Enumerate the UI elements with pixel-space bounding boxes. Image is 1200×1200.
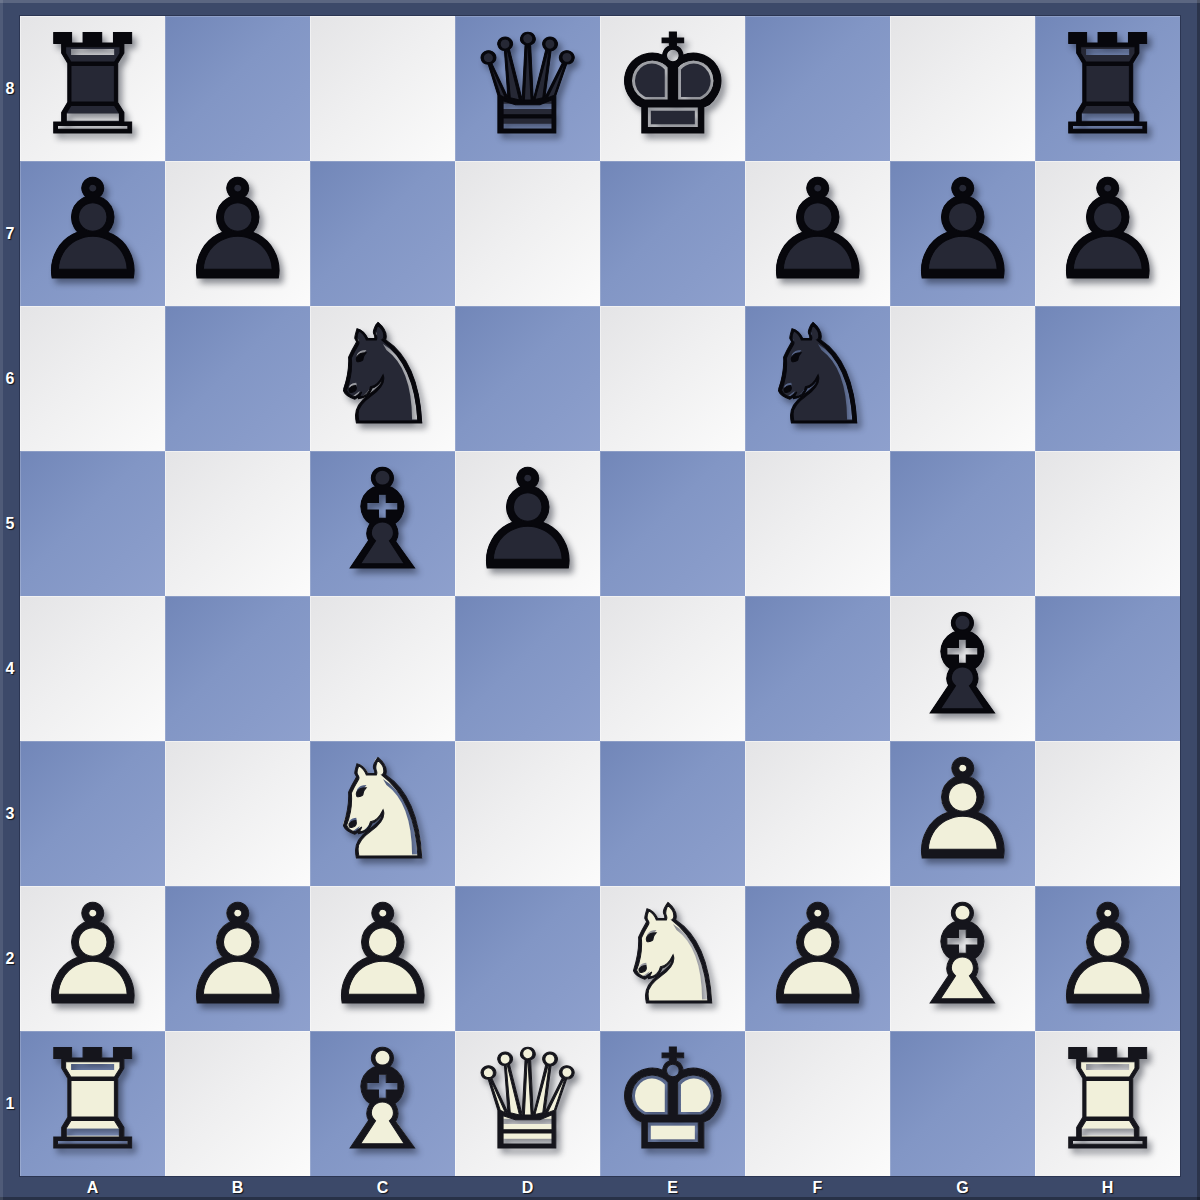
square-a1[interactable]: ♜♖ bbox=[20, 1031, 165, 1176]
square-h3[interactable] bbox=[1035, 741, 1180, 886]
square-g6[interactable] bbox=[890, 306, 1035, 451]
square-c2[interactable]: ♟♙ bbox=[310, 886, 455, 1031]
white-pawn-glyph-outline: ♙ bbox=[310, 883, 455, 1028]
white-rook-h1[interactable]: ♜♖ bbox=[1035, 1031, 1180, 1176]
rank-label-8: 8 bbox=[0, 16, 20, 161]
square-b8[interactable] bbox=[165, 16, 310, 161]
square-d1[interactable]: ♛♕ bbox=[455, 1031, 600, 1176]
square-a5[interactable] bbox=[20, 451, 165, 596]
white-bishop-glyph-outline: ♗ bbox=[310, 1028, 455, 1173]
square-e3[interactable] bbox=[600, 741, 745, 886]
white-rook-a1[interactable]: ♜♖ bbox=[20, 1031, 165, 1176]
square-d7[interactable] bbox=[455, 161, 600, 306]
black-pawn-glyph-outline: ♙ bbox=[455, 448, 600, 593]
square-f4[interactable] bbox=[745, 596, 890, 741]
black-pawn-b7[interactable]: ♟♙ bbox=[165, 161, 310, 306]
file-label-e: E bbox=[600, 1176, 745, 1200]
file-label-c: C bbox=[310, 1176, 455, 1200]
black-bishop-c5[interactable]: ♝♗ bbox=[310, 451, 455, 596]
rank-label-1: 1 bbox=[0, 1031, 20, 1176]
square-f2[interactable]: ♟♙ bbox=[745, 886, 890, 1031]
white-knight-c3[interactable]: ♞♘ bbox=[310, 741, 455, 886]
black-knight-glyph-outline: ♘ bbox=[745, 303, 890, 448]
square-d5[interactable]: ♟♙ bbox=[455, 451, 600, 596]
white-king-e1[interactable]: ♚♔ bbox=[600, 1031, 745, 1176]
white-bishop-glyph-outline: ♗ bbox=[890, 883, 1035, 1028]
black-pawn-f7[interactable]: ♟♙ bbox=[745, 161, 890, 306]
square-a8[interactable]: ♜♖ bbox=[20, 16, 165, 161]
black-pawn-glyph-outline: ♙ bbox=[745, 158, 890, 303]
black-pawn-g7[interactable]: ♟♙ bbox=[890, 161, 1035, 306]
square-c5[interactable]: ♝♗ bbox=[310, 451, 455, 596]
white-pawn-b2[interactable]: ♟♙ bbox=[165, 886, 310, 1031]
white-pawn-h2[interactable]: ♟♙ bbox=[1035, 886, 1180, 1031]
black-king-glyph-outline: ♔ bbox=[600, 13, 745, 158]
white-pawn-glyph-outline: ♙ bbox=[745, 883, 890, 1028]
file-label-f: F bbox=[745, 1176, 890, 1200]
square-f5[interactable] bbox=[745, 451, 890, 596]
black-rook-a8[interactable]: ♜♖ bbox=[20, 16, 165, 161]
square-d6[interactable] bbox=[455, 306, 600, 451]
square-g1[interactable] bbox=[890, 1031, 1035, 1176]
square-e4[interactable] bbox=[600, 596, 745, 741]
square-d2[interactable] bbox=[455, 886, 600, 1031]
black-pawn-glyph-outline: ♙ bbox=[165, 158, 310, 303]
square-b5[interactable] bbox=[165, 451, 310, 596]
white-knight-glyph-outline: ♘ bbox=[310, 738, 455, 883]
square-c3[interactable]: ♞♘ bbox=[310, 741, 455, 886]
rank-label-6: 6 bbox=[0, 306, 20, 451]
square-b2[interactable]: ♟♙ bbox=[165, 886, 310, 1031]
white-bishop-c1[interactable]: ♝♗ bbox=[310, 1031, 455, 1176]
white-pawn-f2[interactable]: ♟♙ bbox=[745, 886, 890, 1031]
rank-labels: 8 7 6 5 4 3 2 1 bbox=[0, 16, 20, 1176]
square-d8[interactable]: ♛♕ bbox=[455, 16, 600, 161]
black-pawn-glyph-outline: ♙ bbox=[890, 158, 1035, 303]
chess-board-frame: 8 7 6 5 4 3 2 1 ♜♖♛♕♚♔♜♖♟♙♟♙♟♙♟♙♟♙♞♘♞♘♝♗… bbox=[0, 0, 1200, 1200]
square-h1[interactable]: ♜♖ bbox=[1035, 1031, 1180, 1176]
rank-label-7: 7 bbox=[0, 161, 20, 306]
square-h5[interactable] bbox=[1035, 451, 1180, 596]
square-e1[interactable]: ♚♔ bbox=[600, 1031, 745, 1176]
white-pawn-glyph-outline: ♙ bbox=[165, 883, 310, 1028]
square-f8[interactable] bbox=[745, 16, 890, 161]
square-g4[interactable]: ♝♗ bbox=[890, 596, 1035, 741]
black-pawn-glyph-outline: ♙ bbox=[1035, 158, 1180, 303]
file-label-g: G bbox=[890, 1176, 1035, 1200]
file-labels: A B C D E F G H bbox=[20, 1176, 1180, 1200]
white-knight-glyph-outline: ♘ bbox=[600, 883, 745, 1028]
rank-label-2: 2 bbox=[0, 886, 20, 1031]
white-pawn-c2[interactable]: ♟♙ bbox=[310, 886, 455, 1031]
square-g5[interactable] bbox=[890, 451, 1035, 596]
square-e5[interactable] bbox=[600, 451, 745, 596]
black-rook-glyph-outline: ♖ bbox=[20, 13, 165, 158]
white-rook-glyph-outline: ♖ bbox=[20, 1028, 165, 1173]
white-pawn-glyph-outline: ♙ bbox=[20, 883, 165, 1028]
black-pawn-d5[interactable]: ♟♙ bbox=[455, 451, 600, 596]
square-g3[interactable]: ♟♙ bbox=[890, 741, 1035, 886]
rank-label-4: 4 bbox=[0, 596, 20, 741]
black-knight-glyph-outline: ♘ bbox=[310, 303, 455, 448]
square-c8[interactable] bbox=[310, 16, 455, 161]
black-pawn-a7[interactable]: ♟♙ bbox=[20, 161, 165, 306]
square-f7[interactable]: ♟♙ bbox=[745, 161, 890, 306]
black-king-e8[interactable]: ♚♔ bbox=[600, 16, 745, 161]
square-g7[interactable]: ♟♙ bbox=[890, 161, 1035, 306]
square-e8[interactable]: ♚♔ bbox=[600, 16, 745, 161]
square-a7[interactable]: ♟♙ bbox=[20, 161, 165, 306]
square-a3[interactable] bbox=[20, 741, 165, 886]
rank-label-5: 5 bbox=[0, 451, 20, 596]
white-queen-glyph-outline: ♕ bbox=[455, 1028, 600, 1173]
black-bishop-g4[interactable]: ♝♗ bbox=[890, 596, 1035, 741]
square-e6[interactable] bbox=[600, 306, 745, 451]
black-pawn-h7[interactable]: ♟♙ bbox=[1035, 161, 1180, 306]
square-g2[interactable]: ♝♗ bbox=[890, 886, 1035, 1031]
square-e7[interactable] bbox=[600, 161, 745, 306]
square-f1[interactable] bbox=[745, 1031, 890, 1176]
square-b3[interactable] bbox=[165, 741, 310, 886]
file-label-h: H bbox=[1035, 1176, 1180, 1200]
square-b7[interactable]: ♟♙ bbox=[165, 161, 310, 306]
black-knight-c6[interactable]: ♞♘ bbox=[310, 306, 455, 451]
chess-board: ♜♖♛♕♚♔♜♖♟♙♟♙♟♙♟♙♟♙♞♘♞♘♝♗♟♙♝♗♞♘♟♙♟♙♟♙♟♙♞♘… bbox=[20, 16, 1180, 1176]
square-h2[interactable]: ♟♙ bbox=[1035, 886, 1180, 1031]
white-pawn-g3[interactable]: ♟♙ bbox=[890, 741, 1035, 886]
black-knight-f6[interactable]: ♞♘ bbox=[745, 306, 890, 451]
white-pawn-glyph-outline: ♙ bbox=[1035, 883, 1180, 1028]
file-label-b: B bbox=[165, 1176, 310, 1200]
square-h6[interactable] bbox=[1035, 306, 1180, 451]
black-bishop-glyph-outline: ♗ bbox=[310, 448, 455, 593]
black-queen-d8[interactable]: ♛♕ bbox=[455, 16, 600, 161]
rank-label-3: 3 bbox=[0, 741, 20, 886]
square-a4[interactable] bbox=[20, 596, 165, 741]
black-queen-glyph-outline: ♕ bbox=[455, 13, 600, 158]
square-c7[interactable] bbox=[310, 161, 455, 306]
black-rook-h8[interactable]: ♜♖ bbox=[1035, 16, 1180, 161]
black-bishop-glyph-outline: ♗ bbox=[890, 593, 1035, 738]
file-label-a: A bbox=[20, 1176, 165, 1200]
square-g8[interactable] bbox=[890, 16, 1035, 161]
square-c6[interactable]: ♞♘ bbox=[310, 306, 455, 451]
white-bishop-g2[interactable]: ♝♗ bbox=[890, 886, 1035, 1031]
square-f3[interactable] bbox=[745, 741, 890, 886]
square-b1[interactable] bbox=[165, 1031, 310, 1176]
square-d4[interactable] bbox=[455, 596, 600, 741]
black-rook-glyph-outline: ♖ bbox=[1035, 13, 1180, 158]
square-f6[interactable]: ♞♘ bbox=[745, 306, 890, 451]
white-king-glyph-outline: ♔ bbox=[600, 1028, 745, 1173]
square-c4[interactable] bbox=[310, 596, 455, 741]
white-queen-d1[interactable]: ♛♕ bbox=[455, 1031, 600, 1176]
square-a6[interactable] bbox=[20, 306, 165, 451]
square-h4[interactable] bbox=[1035, 596, 1180, 741]
square-b4[interactable] bbox=[165, 596, 310, 741]
file-label-d: D bbox=[455, 1176, 600, 1200]
black-pawn-glyph-outline: ♙ bbox=[20, 158, 165, 303]
square-e2[interactable]: ♞♘ bbox=[600, 886, 745, 1031]
square-b6[interactable] bbox=[165, 306, 310, 451]
square-h8[interactable]: ♜♖ bbox=[1035, 16, 1180, 161]
square-d3[interactable] bbox=[455, 741, 600, 886]
square-a2[interactable]: ♟♙ bbox=[20, 886, 165, 1031]
white-pawn-glyph-outline: ♙ bbox=[890, 738, 1035, 883]
square-c1[interactable]: ♝♗ bbox=[310, 1031, 455, 1176]
white-pawn-a2[interactable]: ♟♙ bbox=[20, 886, 165, 1031]
white-rook-glyph-outline: ♖ bbox=[1035, 1028, 1180, 1173]
white-knight-e2[interactable]: ♞♘ bbox=[600, 886, 745, 1031]
square-h7[interactable]: ♟♙ bbox=[1035, 161, 1180, 306]
